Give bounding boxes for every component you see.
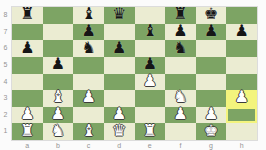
square-e1[interactable]: ♜ <box>135 123 166 140</box>
file-label-d: d <box>104 141 135 150</box>
file-label-f: f <box>165 141 196 150</box>
black-bishop[interactable]: ♝ <box>81 6 95 22</box>
black-pawn[interactable]: ♟ <box>51 56 65 72</box>
square-f1[interactable] <box>165 123 196 140</box>
rank-label-5: 5 <box>0 57 11 74</box>
white-bishop[interactable]: ♝ <box>51 89 65 105</box>
black-pawn[interactable]: ♟ <box>204 23 218 39</box>
black-pawn[interactable]: ♟ <box>20 40 34 56</box>
square-d1[interactable]: ♛ <box>104 123 135 140</box>
square-h7[interactable]: ♟ <box>226 24 257 41</box>
file-label-h: h <box>226 141 257 150</box>
square-e7[interactable]: ♝ <box>135 24 166 41</box>
square-b7[interactable] <box>43 24 74 41</box>
white-king[interactable]: ♚ <box>204 123 218 139</box>
square-f6[interactable]: ♞ <box>165 40 196 57</box>
board-area: ♜♝♛♜♚♟♝♟♟♟♟♞♟♞♟♟♟♝♟♞♟♟♟♟♟♟♜♞♝♛♜♚ 8765432… <box>0 0 266 150</box>
rank-label-4: 4 <box>0 74 11 91</box>
white-knight[interactable]: ♞ <box>51 123 65 139</box>
white-pawn[interactable]: ♟ <box>112 106 126 122</box>
white-pawn[interactable]: ♟ <box>143 73 157 89</box>
square-h1[interactable] <box>226 123 257 140</box>
white-pawn[interactable]: ♟ <box>204 106 218 122</box>
black-pawn[interactable]: ♟ <box>112 40 126 56</box>
file-label-g: g <box>196 141 227 150</box>
white-pawn[interactable]: ♟ <box>81 89 95 105</box>
square-g6[interactable] <box>196 40 227 57</box>
white-pawn[interactable]: ♟ <box>20 106 34 122</box>
black-rook[interactable]: ♜ <box>20 6 34 22</box>
square-g7[interactable]: ♟ <box>196 24 227 41</box>
rank-label-8: 8 <box>0 7 11 24</box>
white-knight[interactable]: ♞ <box>173 89 187 105</box>
square-c5[interactable] <box>73 57 104 74</box>
square-a4[interactable] <box>12 74 43 91</box>
black-pawn[interactable]: ♟ <box>173 23 187 39</box>
square-c3[interactable]: ♟ <box>73 90 104 107</box>
black-knight[interactable]: ♞ <box>173 40 187 56</box>
square-d6[interactable]: ♟ <box>104 40 135 57</box>
square-e3[interactable] <box>135 90 166 107</box>
square-g1[interactable]: ♚ <box>196 123 227 140</box>
white-pawn[interactable]: ♟ <box>173 106 187 122</box>
black-bishop[interactable]: ♝ <box>143 23 157 39</box>
square-h5[interactable] <box>226 57 257 74</box>
square-h2[interactable] <box>226 107 257 124</box>
white-pawn[interactable]: ♟ <box>235 89 249 105</box>
chess-board: ♜♝♛♜♚♟♝♟♟♟♟♞♟♞♟♟♟♝♟♞♟♟♟♟♟♟♜♞♝♛♜♚ <box>12 7 257 140</box>
square-h3[interactable]: ♟ <box>226 90 257 107</box>
file-label-a: a <box>12 141 43 150</box>
square-d5[interactable] <box>104 57 135 74</box>
white-rook[interactable]: ♜ <box>20 123 34 139</box>
file-label-b: b <box>43 141 74 150</box>
black-rook[interactable]: ♜ <box>173 6 187 22</box>
black-pawn[interactable]: ♟ <box>81 23 95 39</box>
file-label-e: e <box>135 141 166 150</box>
square-f5[interactable] <box>165 57 196 74</box>
square-a1[interactable]: ♜ <box>12 123 43 140</box>
square-c1[interactable]: ♝ <box>73 123 104 140</box>
square-a5[interactable] <box>12 57 43 74</box>
square-e4[interactable]: ♟ <box>135 74 166 91</box>
square-g5[interactable] <box>196 57 227 74</box>
rank-label-6: 6 <box>0 40 11 57</box>
square-b8[interactable] <box>43 7 74 24</box>
white-queen[interactable]: ♛ <box>112 123 126 139</box>
file-label-c: c <box>73 141 104 150</box>
square-f2[interactable]: ♟ <box>165 107 196 124</box>
square-b1[interactable]: ♞ <box>43 123 74 140</box>
square-a6[interactable]: ♟ <box>12 40 43 57</box>
square-h6[interactable] <box>226 40 257 57</box>
square-d4[interactable] <box>104 74 135 91</box>
black-knight[interactable]: ♞ <box>81 40 95 56</box>
white-pawn[interactable]: ♟ <box>51 106 65 122</box>
black-pawn[interactable]: ♟ <box>143 56 157 72</box>
white-rook[interactable]: ♜ <box>143 123 157 139</box>
white-bishop[interactable]: ♝ <box>81 123 95 139</box>
rank-label-3: 3 <box>0 90 11 107</box>
black-queen[interactable]: ♛ <box>112 6 126 22</box>
black-pawn[interactable]: ♟ <box>235 23 249 39</box>
rank-label-1: 1 <box>0 123 11 140</box>
square-d8[interactable]: ♛ <box>104 7 135 24</box>
square-c6[interactable]: ♞ <box>73 40 104 57</box>
rank-label-7: 7 <box>0 24 11 41</box>
rank-label-2: 2 <box>0 107 11 124</box>
square-a8[interactable]: ♜ <box>12 7 43 24</box>
black-king[interactable]: ♚ <box>204 6 218 22</box>
square-g4[interactable] <box>196 74 227 91</box>
square-b5[interactable]: ♟ <box>43 57 74 74</box>
